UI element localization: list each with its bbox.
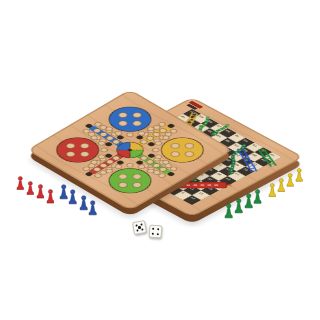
die-pip	[156, 233, 158, 235]
pawn-yellow-1	[268, 182, 277, 202]
die-1-showing-5	[131, 219, 146, 234]
pawn-red-4	[46, 188, 55, 208]
pawn-green-2	[234, 197, 243, 218]
pawn-yellow-2	[277, 177, 286, 197]
die-pip	[140, 223, 142, 225]
pawn-yellow-4	[295, 167, 303, 186]
pawn-green-3	[244, 192, 253, 213]
pawn-red-1	[16, 175, 25, 195]
pawn-blue-4	[88, 199, 97, 220]
die-pip	[151, 232, 153, 234]
product-photo-scene: 1009998979695949392918182838485868788899…	[0, 0, 320, 320]
pawn-green-4	[253, 188, 262, 208]
die-pip	[141, 228, 143, 230]
die-pip	[157, 227, 159, 229]
pawn-yellow-3	[286, 172, 294, 191]
pawn-blue-3	[79, 194, 88, 215]
pawn-red-2	[26, 180, 35, 200]
die-pip	[136, 229, 138, 231]
pawn-blue-1	[59, 183, 68, 204]
pawn-blue-2	[68, 188, 77, 209]
pawn-green-1	[224, 202, 233, 223]
pawn-red-3	[36, 183, 45, 203]
die-2-showing-4	[148, 224, 162, 238]
die-pip	[135, 224, 137, 226]
die-pip	[138, 226, 140, 228]
die-pip	[151, 227, 153, 229]
